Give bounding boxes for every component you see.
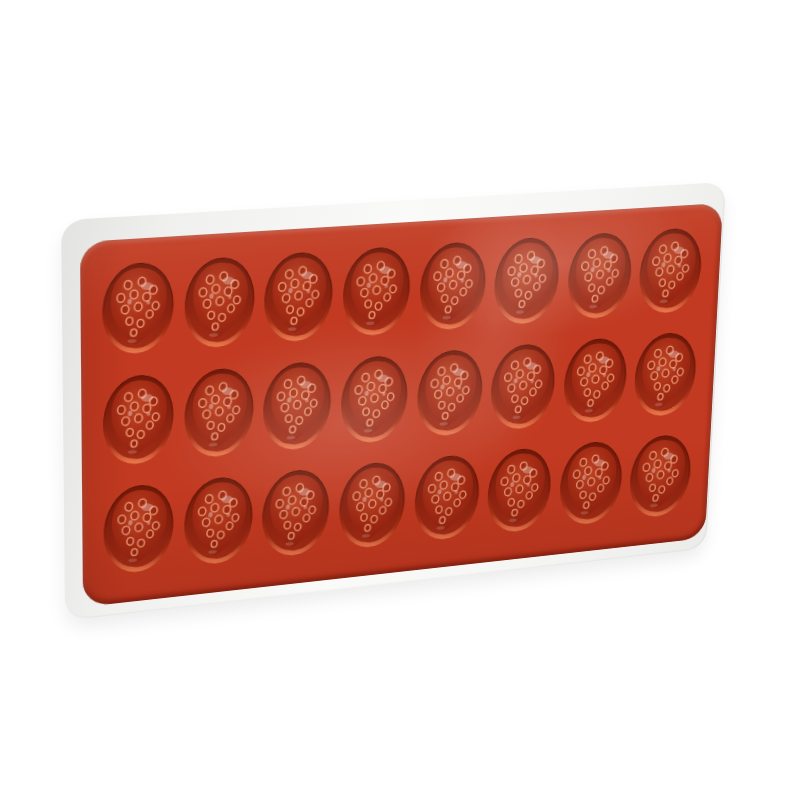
red-silicone-mold-tray	[80, 203, 723, 607]
mold-cavity-r2-c8	[628, 320, 703, 429]
mold-cavity-r3-c6	[482, 436, 558, 546]
strawberry-cavity-graphic	[340, 237, 413, 347]
mold-cavity-r2-c3	[258, 349, 337, 464]
mold-cavity-r1-c5	[413, 230, 491, 343]
strawberry-cavity-graphic	[182, 358, 256, 469]
strawberry-cavity-graphic	[262, 242, 336, 353]
mold-cavity-r2-c1	[97, 361, 179, 478]
strawberry-cavity-graphic	[101, 364, 176, 476]
mold-cavity-r2-c4	[335, 343, 413, 456]
strawberry-cavity-graphic	[100, 252, 176, 365]
strawberry-cavity-graphic	[261, 351, 334, 461]
mold-cavity-r3-c3	[257, 456, 335, 569]
mold-cavity-r1-c2	[179, 244, 260, 361]
mold-cavity-r1-c6	[488, 225, 565, 337]
strawberry-cavity-graphic	[411, 445, 482, 551]
mold-cavity-r1-c4	[337, 234, 416, 349]
strawberry-cavity-graphic	[414, 340, 485, 447]
strawberry-cavity-graphic	[556, 431, 625, 535]
strawberry-cavity-graphic	[338, 345, 410, 454]
strawberry-cavity-graphic	[485, 438, 555, 543]
mold-cavity-r1-c7	[561, 221, 637, 332]
strawberry-cavity-graphic	[336, 452, 407, 559]
tray-perspective-plane	[80, 203, 723, 607]
strawberry-cavity-graphic	[564, 223, 634, 329]
mold-cavity-r3-c1	[98, 471, 179, 587]
mold-cavity-r3-c8	[624, 422, 698, 530]
strawberry-cavity-graphic	[631, 323, 700, 427]
mold-cavity-r2-c7	[557, 326, 633, 436]
mold-cavity-r3-c2	[179, 464, 258, 579]
mold-cavity-r1-c3	[259, 239, 339, 355]
mold-cavity-r1-c1	[97, 249, 180, 367]
mold-cavity-r2-c6	[485, 331, 562, 442]
strawberry-cavity-graphic	[260, 459, 332, 568]
strawberry-cavity-graphic	[182, 247, 256, 359]
strawberry-cavity-graphic	[491, 227, 562, 334]
strawberry-cavity-graphic	[627, 425, 695, 528]
strawberry-cavity-graphic	[416, 232, 488, 340]
mold-cavity-r3-c5	[408, 442, 485, 553]
mold-cavity-r3-c4	[333, 449, 410, 561]
mold-cavity-r3-c7	[553, 429, 628, 538]
product-photo	[0, 0, 801, 801]
strawberry-cavity-graphic	[560, 328, 630, 433]
mold-cavity-r2-c2	[179, 355, 259, 471]
strawberry-cavity-graphic	[101, 473, 175, 584]
strawberry-cavity-graphic	[182, 466, 255, 576]
cavity-grid	[80, 203, 723, 607]
strawberry-cavity-graphic	[488, 334, 559, 440]
mold-cavity-r2-c5	[411, 337, 488, 449]
mold-cavity-r1-c8	[633, 216, 709, 326]
strawberry-cavity-graphic	[636, 218, 706, 323]
